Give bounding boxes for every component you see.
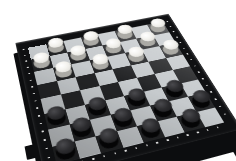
photo-canvas (0, 0, 236, 161)
clasp-tab-corner (233, 147, 236, 158)
square-a5 (37, 81, 60, 99)
square-c6 (71, 60, 94, 76)
clasp-tab-left (24, 144, 36, 160)
checkers-board (15, 14, 236, 161)
